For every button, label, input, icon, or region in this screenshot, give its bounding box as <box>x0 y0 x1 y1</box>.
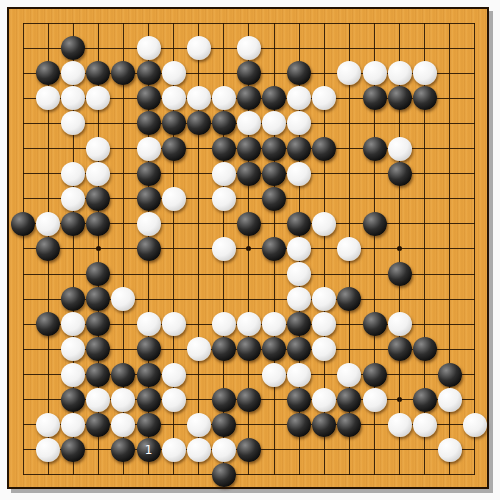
black-stone <box>212 463 236 487</box>
white-stone <box>187 36 211 60</box>
white-stone <box>388 413 412 437</box>
black-stone <box>337 388 361 412</box>
white-stone <box>86 388 110 412</box>
black-stone <box>312 413 336 437</box>
white-stone <box>137 312 161 336</box>
black-stone <box>237 162 261 186</box>
black-stone <box>137 187 161 211</box>
white-stone <box>36 413 60 437</box>
black-stone <box>388 162 412 186</box>
white-stone <box>388 61 412 85</box>
white-stone <box>187 438 211 462</box>
white-stone <box>162 86 186 110</box>
black-stone <box>212 388 236 412</box>
black-stone <box>388 86 412 110</box>
black-stone <box>438 363 462 387</box>
black-stone <box>287 137 311 161</box>
white-stone <box>237 36 261 60</box>
move-number-label: 1 <box>145 444 153 456</box>
white-stone <box>413 413 437 437</box>
grid-line-horizontal <box>23 474 476 475</box>
black-stone <box>413 86 437 110</box>
black-stone <box>137 363 161 387</box>
white-stone <box>61 413 85 437</box>
white-stone <box>162 312 186 336</box>
black-stone <box>86 363 110 387</box>
black-stone <box>61 388 85 412</box>
black-stone <box>413 388 437 412</box>
black-stone <box>363 312 387 336</box>
black-stone <box>137 61 161 85</box>
black-stone <box>287 388 311 412</box>
white-stone <box>162 388 186 412</box>
white-stone <box>413 61 437 85</box>
black-stone <box>363 86 387 110</box>
white-stone <box>388 137 412 161</box>
white-stone <box>438 438 462 462</box>
black-stone <box>312 137 336 161</box>
white-stone <box>86 162 110 186</box>
black-stone <box>388 337 412 361</box>
white-stone <box>162 363 186 387</box>
white-stone <box>212 187 236 211</box>
white-stone <box>36 212 60 236</box>
white-stone <box>162 61 186 85</box>
white-stone <box>212 438 236 462</box>
black-stone <box>162 137 186 161</box>
black-stone <box>287 413 311 437</box>
white-stone <box>337 363 361 387</box>
black-stone <box>111 363 135 387</box>
black-stone <box>212 137 236 161</box>
white-stone <box>86 137 110 161</box>
black-stone <box>137 111 161 135</box>
white-stone <box>363 388 387 412</box>
black-stone <box>363 137 387 161</box>
white-stone <box>137 137 161 161</box>
white-stone <box>287 363 311 387</box>
black-stone <box>36 237 60 261</box>
black-stone <box>137 237 161 261</box>
black-stone <box>86 413 110 437</box>
white-stone <box>162 187 186 211</box>
black-stone <box>86 187 110 211</box>
black-stone <box>11 212 35 236</box>
black-stone <box>262 137 286 161</box>
go-board[interactable]: 1 <box>0 0 500 500</box>
white-stone <box>61 363 85 387</box>
black-stone <box>262 237 286 261</box>
white-stone <box>111 388 135 412</box>
white-stone <box>262 363 286 387</box>
black-stone <box>363 363 387 387</box>
white-stone <box>388 312 412 336</box>
white-stone <box>312 388 336 412</box>
black-stone <box>137 337 161 361</box>
black-stone <box>287 212 311 236</box>
white-stone <box>363 61 387 85</box>
black-stone <box>137 86 161 110</box>
grid-line-vertical <box>474 23 475 476</box>
white-stone <box>61 162 85 186</box>
black-stone <box>237 137 261 161</box>
black-stone <box>237 438 261 462</box>
black-stone <box>61 212 85 236</box>
move-number-marker: 1 <box>137 438 161 462</box>
white-stone <box>36 438 60 462</box>
white-stone <box>137 212 161 236</box>
black-stone <box>363 212 387 236</box>
black-stone <box>137 162 161 186</box>
black-stone <box>162 111 186 135</box>
white-stone <box>212 162 236 186</box>
black-stone <box>237 212 261 236</box>
white-stone <box>137 36 161 60</box>
white-stone <box>187 86 211 110</box>
white-stone <box>287 162 311 186</box>
black-stone <box>212 413 236 437</box>
white-stone <box>61 187 85 211</box>
black-stone <box>388 262 412 286</box>
black-stone <box>262 187 286 211</box>
white-stone <box>438 388 462 412</box>
black-stone <box>61 438 85 462</box>
white-stone <box>212 237 236 261</box>
black-stone <box>262 162 286 186</box>
black-stone <box>137 413 161 437</box>
black-stone <box>237 388 261 412</box>
black-stone <box>137 388 161 412</box>
white-stone <box>162 438 186 462</box>
white-stone <box>187 413 211 437</box>
white-stone <box>463 413 487 437</box>
